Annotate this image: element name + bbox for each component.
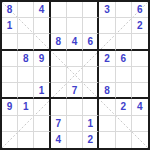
sudoku-board: 843612846892617891247142 (0, 0, 150, 150)
sudoku-cell-empty[interactable] (132, 51, 148, 67)
sudoku-cell-empty[interactable] (83, 51, 99, 67)
sudoku-cell-empty[interactable] (51, 99, 67, 115)
sudoku-cell-empty[interactable] (34, 132, 50, 148)
sudoku-cell-empty[interactable] (51, 2, 67, 18)
sudoku-cell-empty[interactable] (67, 2, 83, 18)
sudoku-cell-empty[interactable] (99, 18, 115, 34)
sudoku-cell-given[interactable]: 6 (116, 51, 132, 67)
sudoku-cell-given[interactable]: 1 (83, 116, 99, 132)
sudoku-cell-empty[interactable] (2, 67, 18, 83)
sudoku-cell-empty[interactable] (132, 116, 148, 132)
sudoku-cell-empty[interactable] (67, 18, 83, 34)
sudoku-cell-empty[interactable] (67, 132, 83, 148)
sudoku-cell-given[interactable]: 4 (34, 2, 50, 18)
sudoku-cell-given[interactable]: 6 (83, 34, 99, 50)
sudoku-cell-empty[interactable] (2, 83, 18, 99)
sudoku-cell-empty[interactable] (83, 83, 99, 99)
sudoku-cell-empty[interactable] (34, 116, 50, 132)
sudoku-cell-given[interactable]: 8 (51, 34, 67, 50)
sudoku-cell-empty[interactable] (18, 18, 34, 34)
sudoku-cell-given[interactable]: 8 (99, 83, 115, 99)
sudoku-cell-given[interactable]: 3 (99, 2, 115, 18)
sudoku-cell-empty[interactable] (18, 132, 34, 148)
sudoku-cell-empty[interactable] (99, 132, 115, 148)
sudoku-cell-empty[interactable] (132, 83, 148, 99)
sudoku-cell-given[interactable]: 7 (67, 83, 83, 99)
sudoku-cell-empty[interactable] (116, 67, 132, 83)
sudoku-cell-given[interactable]: 7 (51, 116, 67, 132)
sudoku-cell-empty[interactable] (51, 18, 67, 34)
sudoku-cell-empty[interactable] (34, 67, 50, 83)
sudoku-cell-empty[interactable] (83, 2, 99, 18)
sudoku-cell-empty[interactable] (83, 67, 99, 83)
sudoku-cell-empty[interactable] (67, 51, 83, 67)
sudoku-cell-empty[interactable] (51, 67, 67, 83)
sudoku-cell-empty[interactable] (99, 34, 115, 50)
sudoku-cell-empty[interactable] (67, 67, 83, 83)
sudoku-cell-given[interactable]: 2 (132, 18, 148, 34)
sudoku-cell-given[interactable]: 8 (2, 2, 18, 18)
sudoku-cell-empty[interactable] (116, 116, 132, 132)
sudoku-cell-given[interactable]: 2 (83, 132, 99, 148)
sudoku-cell-empty[interactable] (2, 132, 18, 148)
sudoku-cell-empty[interactable] (116, 132, 132, 148)
sudoku-cell-empty[interactable] (83, 18, 99, 34)
sudoku-cell-empty[interactable] (99, 67, 115, 83)
sudoku-cell-empty[interactable] (99, 116, 115, 132)
sudoku-cell-given[interactable]: 1 (18, 99, 34, 115)
sudoku-cell-empty[interactable] (18, 67, 34, 83)
sudoku-cell-empty[interactable] (132, 67, 148, 83)
sudoku-cell-given[interactable]: 9 (34, 51, 50, 67)
sudoku-cell-empty[interactable] (34, 18, 50, 34)
sudoku-cell-given[interactable]: 1 (2, 18, 18, 34)
sudoku-cell-empty[interactable] (2, 34, 18, 50)
sudoku-cell-empty[interactable] (18, 2, 34, 18)
sudoku-cell-empty[interactable] (18, 116, 34, 132)
sudoku-cell-empty[interactable] (18, 83, 34, 99)
sudoku-cell-empty[interactable] (116, 18, 132, 34)
sudoku-cell-empty[interactable] (99, 99, 115, 115)
sudoku-cell-empty[interactable] (116, 83, 132, 99)
sudoku-cell-given[interactable]: 4 (132, 99, 148, 115)
sudoku-cell-empty[interactable] (83, 99, 99, 115)
sudoku-cell-given[interactable]: 4 (51, 132, 67, 148)
sudoku-cell-empty[interactable] (2, 116, 18, 132)
sudoku-cell-empty[interactable] (51, 83, 67, 99)
sudoku-cell-empty[interactable] (34, 99, 50, 115)
sudoku-cell-empty[interactable] (2, 51, 18, 67)
sudoku-cell-given[interactable]: 2 (116, 99, 132, 115)
sudoku-cell-given[interactable]: 6 (132, 2, 148, 18)
sudoku-cell-given[interactable]: 1 (34, 83, 50, 99)
sudoku-cell-empty[interactable] (67, 99, 83, 115)
sudoku-cell-given[interactable]: 9 (2, 99, 18, 115)
sudoku-cell-given[interactable]: 8 (18, 51, 34, 67)
sudoku-cell-given[interactable]: 2 (99, 51, 115, 67)
sudoku-cell-empty[interactable] (51, 51, 67, 67)
sudoku-cell-empty[interactable] (132, 132, 148, 148)
sudoku-cell-given[interactable]: 4 (67, 34, 83, 50)
sudoku-cell-empty[interactable] (18, 34, 34, 50)
sudoku-cell-empty[interactable] (116, 2, 132, 18)
sudoku-cell-empty[interactable] (132, 34, 148, 50)
sudoku-cell-empty[interactable] (34, 34, 50, 50)
sudoku-cell-empty[interactable] (116, 34, 132, 50)
sudoku-cell-empty[interactable] (67, 116, 83, 132)
